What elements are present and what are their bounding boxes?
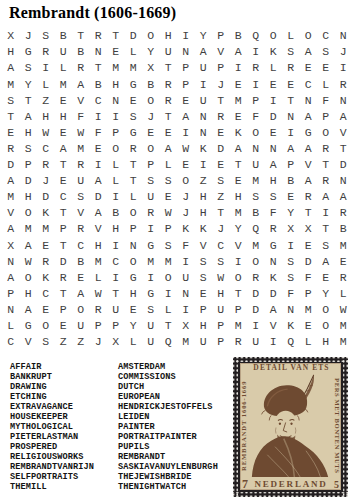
grid-cell: N (282, 302, 300, 318)
grid-cell: N (125, 237, 143, 253)
grid-cell: E (212, 157, 230, 173)
grid-cell: M (247, 173, 265, 189)
grid-cell: U (107, 302, 125, 318)
grid-cell: Z (72, 334, 90, 350)
grid-cell: M (230, 205, 248, 221)
grid-cell: A (300, 173, 318, 189)
grid-cell: P (20, 157, 38, 173)
grid-cell: O (142, 28, 160, 44)
grid-cell: A (160, 141, 178, 157)
grid-cell: O (20, 270, 38, 286)
grid-cell: A (55, 141, 73, 157)
grid-cell: H (55, 109, 73, 125)
grid-cell: R (317, 173, 335, 189)
grid-cell: Y (195, 28, 213, 44)
grid-cell: R (282, 60, 300, 76)
grid-cell: T (300, 205, 318, 221)
stamp-face: DETAIL VAN ETS REMBRANDT 1606-1669 PERS … (240, 363, 341, 490)
grid-cell: R (335, 76, 353, 92)
grid-cell: A (265, 302, 283, 318)
grid-cell: Y (125, 318, 143, 334)
stamp-perforation (233, 492, 348, 497)
grid-cell: I (107, 237, 125, 253)
grid-cell: R (37, 157, 55, 173)
grid-cell: S (282, 253, 300, 269)
grid-cell: M (142, 253, 160, 269)
grid-cell: R (90, 28, 108, 44)
grid-cell: F (265, 205, 283, 221)
grid-cell: R (72, 60, 90, 76)
grid-cell: I (142, 270, 160, 286)
grid-cell: E (107, 44, 125, 60)
grid-cell: I (177, 28, 195, 44)
grid-cell: R (247, 270, 265, 286)
grid-cell: P (177, 60, 195, 76)
grid-cell: V (72, 205, 90, 221)
grid-cell: P (317, 109, 335, 125)
word-list-item: AFFAIR (10, 362, 94, 372)
grid-cell: T (212, 92, 230, 108)
grid-cell: H (2, 44, 20, 60)
word-list-item: EXTRAVAGANCE (10, 402, 94, 412)
word-list-item: RELIGIOUSWORKS (10, 452, 94, 462)
grid-cell: R (72, 157, 90, 173)
grid-cell: U (195, 60, 213, 76)
grid-cell: O (142, 92, 160, 108)
grid-cell: P (247, 92, 265, 108)
grid-cell: B (107, 205, 125, 221)
grid-cell: L (125, 189, 143, 205)
grid-cell: C (55, 189, 73, 205)
grid-cell: T (55, 286, 73, 302)
grid-cell: I (247, 44, 265, 60)
grid-cell: P (212, 60, 230, 76)
grid-cell: S (142, 302, 160, 318)
grid-cell: M (335, 318, 353, 334)
page-title: Rembrandt (1606-1669) (9, 4, 176, 22)
grid-cell: M (230, 318, 248, 334)
grid-cell: M (20, 221, 38, 237)
grid-cell: P (230, 302, 248, 318)
grid-cell: I (160, 286, 178, 302)
grid-cell: O (160, 270, 178, 286)
grid-cell: O (125, 205, 143, 221)
grid-cell: M (335, 334, 353, 350)
grid-cell: I (107, 109, 125, 125)
grid-cell: T (125, 157, 143, 173)
grid-cell: Y (282, 205, 300, 221)
grid-cell: G (125, 270, 143, 286)
grid-cell: O (247, 253, 265, 269)
stamp-denomination-left: 7 (241, 478, 248, 490)
grid-cell: S (265, 189, 283, 205)
stamp-country: NEDERLAND (254, 479, 327, 490)
grid-cell: T (20, 92, 38, 108)
grid-cell: H (195, 189, 213, 205)
grid-cell: R (335, 205, 353, 221)
grid-cell: O (247, 125, 265, 141)
grid-cell: F (317, 92, 335, 108)
grid-cell: S (160, 237, 178, 253)
grid-cell: T (230, 286, 248, 302)
word-list-item: THEMILL (10, 482, 94, 492)
grid-cell: R (247, 60, 265, 76)
grid-cell: R (142, 205, 160, 221)
word-list-item: COMMISSIONS (118, 372, 218, 382)
grid-cell: L (107, 173, 125, 189)
grid-cell: O (300, 28, 318, 44)
grid-cell: D (335, 157, 353, 173)
grid-cell: V (2, 205, 20, 221)
grid-cell: R (55, 270, 73, 286)
grid-cell: A (20, 109, 38, 125)
grid-cell: Y (142, 44, 160, 60)
grid-cell: V (212, 44, 230, 60)
grid-cell: S (212, 173, 230, 189)
grid-cell: H (125, 286, 143, 302)
grid-cell: E (195, 286, 213, 302)
grid-cell: E (125, 92, 143, 108)
grid-cell: O (230, 270, 248, 286)
grid-cell: I (265, 334, 283, 350)
word-list-item: PUPILS (118, 442, 218, 452)
word-list-item: PIETERLASTMAN (10, 432, 94, 442)
grid-cell: J (212, 76, 230, 92)
grid-cell: C (37, 141, 55, 157)
grid-cell: Y (317, 286, 335, 302)
grid-cell: U (195, 334, 213, 350)
grid-cell: U (142, 318, 160, 334)
grid-cell: X (142, 60, 160, 76)
grid-cell: A (335, 109, 353, 125)
grid-cell: O (37, 318, 55, 334)
word-list-item: PROSPERED (10, 442, 94, 452)
grid-cell: G (125, 76, 143, 92)
grid-cell: V (195, 237, 213, 253)
grid-cell: I (282, 125, 300, 141)
grid-cell: C (2, 334, 20, 350)
grid-cell: E (160, 125, 178, 141)
worksheet-page: Rembrandt (1606-1669) XJSBTRTDOHIYPBQOLO… (0, 0, 354, 500)
grid-cell: G (20, 318, 38, 334)
grid-cell: T (160, 109, 178, 125)
grid-cell: B (72, 44, 90, 60)
grid-cell: H (265, 173, 283, 189)
grid-cell: L (335, 286, 353, 302)
grid-cell: S (247, 189, 265, 205)
grid-cell: K (195, 221, 213, 237)
grid-cell: K (177, 221, 195, 237)
grid-cell: U (212, 302, 230, 318)
grid-cell: I (177, 253, 195, 269)
grid-cell: N (195, 109, 213, 125)
grid-cell: D (37, 189, 55, 205)
grid-cell: X (2, 237, 20, 253)
grid-cell: R (265, 221, 283, 237)
grid-cell: P (125, 221, 143, 237)
grid-cell: C (72, 237, 90, 253)
grid-cell: E (230, 109, 248, 125)
grid-cell: K (230, 125, 248, 141)
grid-cell: L (265, 60, 283, 76)
grid-cell: U (195, 92, 213, 108)
grid-cell: W (37, 125, 55, 141)
grid-cell: E (55, 173, 73, 189)
grid-cell: N (282, 109, 300, 125)
grid-cell: S (195, 270, 213, 286)
grid-cell: E (177, 157, 195, 173)
grid-cell: I (195, 157, 213, 173)
word-list-item: ETCHING (10, 392, 94, 402)
grid-cell: E (265, 76, 283, 92)
grid-cell: I (230, 60, 248, 76)
grid-cell: T (125, 173, 143, 189)
grid-cell: Y (20, 76, 38, 92)
grid-cell: N (177, 44, 195, 60)
grid-cell: V (335, 125, 353, 141)
grid-cell: D (20, 173, 38, 189)
stamp-perforation (233, 357, 348, 362)
grid-cell: E (317, 60, 335, 76)
grid-cell: Q (160, 334, 178, 350)
grid-cell: Z (212, 189, 230, 205)
grid-cell: M (107, 60, 125, 76)
grid-cell: H (20, 125, 38, 141)
grid-cell: U (142, 334, 160, 350)
grid-cell: I (37, 60, 55, 76)
grid-cell: D (300, 253, 318, 269)
grid-cell: F (72, 109, 90, 125)
grid-cell: G (20, 44, 38, 60)
grid-cell: P (107, 318, 125, 334)
grid-cell: L (2, 318, 20, 334)
grid-cell: T (107, 286, 125, 302)
word-list-item: DUTCH (118, 382, 218, 392)
grid-cell: S (317, 44, 335, 60)
grid-cell: V (300, 157, 318, 173)
grid-cell: T (282, 92, 300, 108)
grid-cell: J (37, 173, 55, 189)
grid-cell: I (177, 302, 195, 318)
grid-cell: T (212, 205, 230, 221)
grid-cell: I (282, 237, 300, 253)
grid-cell: O (125, 253, 143, 269)
grid-cell: S (20, 141, 38, 157)
grid-cell: U (72, 318, 90, 334)
grid-cell: H (20, 286, 38, 302)
grid-cell: B (247, 205, 265, 221)
grid-cell: P (300, 286, 318, 302)
grid-cell: G (142, 237, 160, 253)
grid-cell: A (265, 157, 283, 173)
grid-cell: H (195, 205, 213, 221)
grid-cell: D (125, 28, 143, 44)
grid-cell: O (317, 125, 335, 141)
grid-cell: L (55, 60, 73, 76)
word-list-item: LEIDEN (118, 412, 218, 422)
grid-cell: G (125, 125, 143, 141)
grid-cell: E (160, 189, 178, 205)
grid-cell: L (160, 157, 178, 173)
rembrandt-stamp: DETAIL VAN ETS REMBRANDT 1606-1669 PERS … (233, 357, 348, 497)
grid-cell: U (142, 189, 160, 205)
grid-cell: E (37, 302, 55, 318)
grid-cell: L (125, 334, 143, 350)
grid-cell: L (160, 302, 178, 318)
grid-cell: Y (230, 221, 248, 237)
grid-cell: X (177, 318, 195, 334)
grid-cell: W (72, 125, 90, 141)
grid-cell: L (107, 157, 125, 173)
grid-cell: F (282, 286, 300, 302)
grid-cell: M (2, 76, 20, 92)
word-list-item: SASKIAVANUYLENBURGH (118, 462, 218, 472)
grid-cell: N (2, 253, 20, 269)
grid-cell: D (247, 302, 265, 318)
grid-cell: N (177, 286, 195, 302)
stamp-denomination-right: 5 (334, 479, 340, 490)
grid-cell: E (317, 270, 335, 286)
grid-cell: J (90, 334, 108, 350)
grid-cell: I (230, 253, 248, 269)
grid-cell: V (230, 237, 248, 253)
grid-cell: U (247, 334, 265, 350)
grid-cell: M (2, 189, 20, 205)
grid-cell: E (230, 76, 248, 92)
grid-cell: A (317, 253, 335, 269)
grid-cell: B (72, 253, 90, 269)
grid-cell: E (282, 189, 300, 205)
grid-cell: T (160, 60, 178, 76)
grid-cell: X (107, 334, 125, 350)
grid-cell: R (335, 270, 353, 286)
grid-cell: L (125, 44, 143, 60)
grid-cell: U (177, 270, 195, 286)
grid-cell: M (300, 302, 318, 318)
grid-cell: T (317, 157, 335, 173)
grid-cell: Q (247, 28, 265, 44)
grid-cell: I (265, 92, 283, 108)
grid-cell: B (282, 173, 300, 189)
grid-cell: O (317, 318, 335, 334)
grid-cell: A (282, 141, 300, 157)
grid-cell: T (55, 157, 73, 173)
grid-cell: E (55, 92, 73, 108)
grid-cell: E (177, 92, 195, 108)
stamp-perforation (233, 357, 238, 497)
grid-cell: J (177, 189, 195, 205)
grid-cell: E (2, 125, 20, 141)
grid-cell: R (230, 334, 248, 350)
grid-cell: M (55, 76, 73, 92)
grid-cell: I (107, 270, 125, 286)
grid-cell: S (317, 237, 335, 253)
grid-cell: M (90, 253, 108, 269)
grid-cell: A (90, 173, 108, 189)
grid-cell: X (282, 221, 300, 237)
grid-cell: I (317, 205, 335, 221)
grid-cell: L (282, 28, 300, 44)
word-list-item: REMBRANDTVANRIJN (10, 462, 94, 472)
grid-cell: N (247, 141, 265, 157)
grid-cell: W (212, 270, 230, 286)
grid-cell: S (20, 60, 38, 76)
word-list-item: MYTHOLOGICAL (10, 422, 94, 432)
grid-cell: F (247, 109, 265, 125)
grid-cell: C (317, 28, 335, 44)
grid-cell: D (55, 253, 73, 269)
grid-cell: U (72, 173, 90, 189)
grid-cell: D (265, 286, 283, 302)
grid-cell: B (90, 76, 108, 92)
grid-cell: B (55, 28, 73, 44)
grid-cell: C (37, 286, 55, 302)
grid-cell: I (247, 318, 265, 334)
grid-cell: T (160, 318, 178, 334)
grid-cell: N (265, 253, 283, 269)
grid-cell: A (230, 141, 248, 157)
grid-cell: V (265, 318, 283, 334)
word-list-item: THENIGHTWATCH (118, 482, 218, 492)
word-list-column-2: AMSTERDAMCOMMISSIONSDUTCHEUROPEANHENDRIC… (118, 362, 218, 492)
grid-cell: K (37, 270, 55, 286)
grid-cell: T (230, 157, 248, 173)
grid-cell: H (160, 28, 178, 44)
word-list-item: PAINTER (118, 422, 218, 432)
grid-cell: E (265, 125, 283, 141)
grid-cell: I (177, 125, 195, 141)
grid-cell: K (195, 141, 213, 157)
word-list-column-1: AFFAIRBANKRUPTDRAWINGETCHINGEXTRAVAGANCE… (10, 362, 94, 492)
grid-cell: A (72, 286, 90, 302)
grid-cell: I (247, 76, 265, 92)
grid-cell: A (2, 270, 20, 286)
grid-cell: C (212, 237, 230, 253)
grid-cell: A (195, 44, 213, 60)
grid-cell: E (142, 125, 160, 141)
grid-cell: A (177, 109, 195, 125)
grid-cell: A (90, 205, 108, 221)
grid-cell: W (335, 302, 353, 318)
grid-cell: G (142, 286, 160, 302)
grid-cell: N (107, 92, 125, 108)
grid-cell: I (195, 76, 213, 92)
grid-cell: L (90, 270, 108, 286)
grid-cell: G (265, 237, 283, 253)
grid-cell: J (20, 28, 38, 44)
word-list-item: REMBRANDT (118, 452, 218, 462)
grid-cell: T (90, 60, 108, 76)
grid-cell: H (195, 318, 213, 334)
grid-cell: P (212, 318, 230, 334)
grid-cell: R (160, 92, 178, 108)
grid-cell: T (55, 205, 73, 221)
grid-cell: N (90, 44, 108, 60)
grid-cell: B (335, 221, 353, 237)
grid-cell: F (300, 270, 318, 286)
grid-cell: N (335, 92, 353, 108)
grid-cell: O (20, 205, 38, 221)
grid-cell: A (300, 141, 318, 157)
grid-cell: H (90, 237, 108, 253)
grid-cell: N (195, 125, 213, 141)
grid-cell: A (20, 302, 38, 318)
grid-cell: H (107, 221, 125, 237)
grid-cell: X (2, 28, 20, 44)
grid-cell: D (2, 157, 20, 173)
grid-cell: N (335, 28, 353, 44)
word-list-item: EUROPEAN (118, 392, 218, 402)
